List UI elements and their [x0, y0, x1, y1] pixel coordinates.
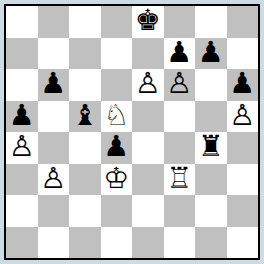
square-g4[interactable]: ♜ — [195, 132, 227, 164]
square-g3[interactable] — [195, 164, 227, 196]
square-h3[interactable] — [227, 164, 259, 196]
square-a7[interactable] — [6, 38, 38, 70]
square-e4[interactable] — [132, 132, 164, 164]
square-g8[interactable] — [195, 6, 227, 38]
black-pawn-piece[interactable]: ♟ — [40, 69, 66, 98]
square-f4[interactable] — [164, 132, 196, 164]
square-b4[interactable] — [38, 132, 70, 164]
square-d4[interactable]: ♟ — [101, 132, 133, 164]
diagram-outer-margin: ♚♟♟♟♙♙♟♟♝♘♙♙♟♜♙♔♖ — [0, 0, 264, 264]
square-c1[interactable] — [69, 227, 101, 259]
square-h5[interactable]: ♙ — [227, 101, 259, 133]
square-b6[interactable]: ♟ — [38, 69, 70, 101]
square-a4[interactable]: ♙ — [6, 132, 38, 164]
white-knight-piece[interactable]: ♘ — [103, 101, 129, 130]
square-b8[interactable] — [38, 6, 70, 38]
square-d6[interactable] — [101, 69, 133, 101]
square-h8[interactable] — [227, 6, 259, 38]
square-e8[interactable]: ♚ — [132, 6, 164, 38]
black-rook-piece[interactable]: ♜ — [198, 132, 224, 161]
square-g7[interactable]: ♟ — [195, 38, 227, 70]
square-b1[interactable] — [38, 227, 70, 259]
square-c8[interactable] — [69, 6, 101, 38]
square-d7[interactable] — [101, 38, 133, 70]
square-h4[interactable] — [227, 132, 259, 164]
square-d2[interactable] — [101, 195, 133, 227]
chess-board: ♚♟♟♟♙♙♟♟♝♘♙♙♟♜♙♔♖ — [6, 6, 258, 258]
square-a3[interactable] — [6, 164, 38, 196]
black-bishop-piece[interactable]: ♝ — [72, 101, 98, 130]
square-f5[interactable] — [164, 101, 196, 133]
square-f6[interactable]: ♙ — [164, 69, 196, 101]
square-e5[interactable] — [132, 101, 164, 133]
square-a1[interactable] — [6, 227, 38, 259]
black-pawn-piece[interactable]: ♟ — [166, 38, 192, 67]
square-b3[interactable]: ♙ — [38, 164, 70, 196]
square-g1[interactable] — [195, 227, 227, 259]
square-e3[interactable] — [132, 164, 164, 196]
square-a2[interactable] — [6, 195, 38, 227]
square-h2[interactable] — [227, 195, 259, 227]
white-king-piece[interactable]: ♔ — [103, 164, 129, 193]
white-rook-piece[interactable]: ♖ — [166, 164, 192, 193]
square-c2[interactable] — [69, 195, 101, 227]
square-h7[interactable] — [227, 38, 259, 70]
square-b5[interactable] — [38, 101, 70, 133]
square-e6[interactable]: ♙ — [132, 69, 164, 101]
white-pawn-piece[interactable]: ♙ — [9, 132, 35, 161]
square-a5[interactable]: ♟ — [6, 101, 38, 133]
square-f2[interactable] — [164, 195, 196, 227]
square-g2[interactable] — [195, 195, 227, 227]
black-pawn-piece[interactable]: ♟ — [103, 132, 129, 161]
white-pawn-piece[interactable]: ♙ — [40, 164, 66, 193]
square-c5[interactable]: ♝ — [69, 101, 101, 133]
square-c6[interactable] — [69, 69, 101, 101]
black-pawn-piece[interactable]: ♟ — [9, 101, 35, 130]
square-b7[interactable] — [38, 38, 70, 70]
square-b2[interactable] — [38, 195, 70, 227]
square-d5[interactable]: ♘ — [101, 101, 133, 133]
square-d1[interactable] — [101, 227, 133, 259]
square-f3[interactable]: ♖ — [164, 164, 196, 196]
square-h6[interactable]: ♟ — [227, 69, 259, 101]
square-a8[interactable] — [6, 6, 38, 38]
square-c7[interactable] — [69, 38, 101, 70]
white-pawn-piece[interactable]: ♙ — [229, 101, 255, 130]
square-g6[interactable] — [195, 69, 227, 101]
white-pawn-piece[interactable]: ♙ — [135, 69, 161, 98]
square-h1[interactable] — [227, 227, 259, 259]
square-e2[interactable] — [132, 195, 164, 227]
square-d3[interactable]: ♔ — [101, 164, 133, 196]
square-f8[interactable] — [164, 6, 196, 38]
black-pawn-piece[interactable]: ♟ — [229, 69, 255, 98]
white-pawn-piece[interactable]: ♙ — [166, 69, 192, 98]
board-frame: ♚♟♟♟♙♙♟♟♝♘♙♙♟♜♙♔♖ — [4, 4, 260, 260]
black-king-piece[interactable]: ♚ — [135, 6, 161, 35]
square-g5[interactable] — [195, 101, 227, 133]
square-f1[interactable] — [164, 227, 196, 259]
square-e7[interactable] — [132, 38, 164, 70]
black-pawn-piece[interactable]: ♟ — [198, 38, 224, 67]
square-c4[interactable] — [69, 132, 101, 164]
square-d8[interactable] — [101, 6, 133, 38]
square-f7[interactable]: ♟ — [164, 38, 196, 70]
square-a6[interactable] — [6, 69, 38, 101]
square-c3[interactable] — [69, 164, 101, 196]
square-e1[interactable] — [132, 227, 164, 259]
